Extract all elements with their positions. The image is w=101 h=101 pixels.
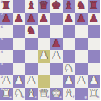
white-queen-icon[interactable]: ♛	[39, 88, 49, 101]
square-h8[interactable]: ♜	[88, 0, 101, 13]
square-a8[interactable]: 8♜	[0, 0, 13, 13]
square-f4[interactable]	[63, 50, 76, 63]
square-f2[interactable]: ♟	[63, 75, 76, 88]
square-d1[interactable]: d♛	[38, 88, 51, 101]
square-c2[interactable]: ♟	[25, 75, 38, 88]
square-h6[interactable]	[88, 25, 101, 38]
chess-board: 8♜♝♛♚♝♞♜7♟♟♟♟♟♟♟6♞5♟4♟♟3♞2♟♟♟♟♟♟1a♜b♞c♝d…	[0, 0, 100, 100]
square-f1[interactable]: f♝	[63, 88, 76, 101]
white-pawn-icon[interactable]: ♟	[1, 75, 11, 88]
black-pawn-icon[interactable]: ♟	[14, 13, 24, 26]
white-pawn-icon[interactable]: ♟	[39, 50, 49, 63]
black-pawn-icon[interactable]: ♟	[89, 13, 99, 26]
square-d7[interactable]: ♟	[38, 13, 51, 26]
square-g4[interactable]	[75, 50, 88, 63]
square-e3[interactable]	[50, 63, 63, 76]
square-c1[interactable]: c♝	[25, 88, 38, 101]
black-bishop-icon[interactable]: ♝	[64, 0, 74, 13]
black-pawn-icon[interactable]: ♟	[39, 13, 49, 26]
black-knight-icon[interactable]: ♞	[26, 25, 36, 38]
square-b4[interactable]	[13, 50, 26, 63]
square-e1[interactable]: e♚	[50, 88, 63, 101]
square-g1[interactable]: g	[75, 88, 88, 101]
square-e8[interactable]: ♚	[50, 0, 63, 13]
square-f5[interactable]	[63, 38, 76, 51]
square-e4[interactable]: ♟	[50, 50, 63, 63]
white-pawn-icon[interactable]: ♟	[76, 75, 86, 88]
square-e2[interactable]	[50, 75, 63, 88]
black-queen-icon[interactable]: ♛	[39, 0, 49, 13]
white-pawn-icon[interactable]: ♟	[51, 50, 61, 63]
rank-label-3: 3	[1, 63, 3, 66]
square-a6[interactable]: 6	[0, 25, 13, 38]
white-rook-icon[interactable]: ♜	[89, 88, 99, 101]
square-e7[interactable]	[50, 13, 63, 26]
square-c8[interactable]: ♝	[25, 0, 38, 13]
white-bishop-icon[interactable]: ♝	[26, 88, 36, 101]
black-pawn-icon[interactable]: ♟	[76, 13, 86, 26]
square-d3[interactable]	[38, 63, 51, 76]
file-label-g: g	[84, 96, 86, 99]
white-rook-icon[interactable]: ♜	[1, 88, 11, 101]
white-pawn-icon[interactable]: ♟	[14, 75, 24, 88]
square-d4[interactable]: ♟	[38, 50, 51, 63]
black-king-icon[interactable]: ♚	[51, 0, 61, 13]
square-a4[interactable]: 4	[0, 50, 13, 63]
square-d8[interactable]: ♛	[38, 0, 51, 13]
black-pawn-icon[interactable]: ♟	[64, 13, 74, 26]
square-g7[interactable]: ♟	[75, 13, 88, 26]
square-g2[interactable]: ♟	[75, 75, 88, 88]
white-pawn-icon[interactable]: ♟	[89, 75, 99, 88]
white-knight-icon[interactable]: ♞	[14, 88, 24, 101]
square-h1[interactable]: h♜	[88, 88, 101, 101]
white-bishop-icon[interactable]: ♝	[64, 88, 74, 101]
square-f8[interactable]: ♝	[63, 0, 76, 13]
square-h5[interactable]	[88, 38, 101, 51]
square-h4[interactable]	[88, 50, 101, 63]
rank-label-5: 5	[1, 38, 3, 41]
square-b2[interactable]: ♟	[13, 75, 26, 88]
square-b5[interactable]	[13, 38, 26, 51]
black-knight-icon[interactable]: ♞	[76, 0, 86, 13]
square-h7[interactable]: ♟	[88, 13, 101, 26]
square-b8[interactable]	[13, 0, 26, 13]
square-g5[interactable]	[75, 38, 88, 51]
square-f7[interactable]: ♟	[63, 13, 76, 26]
square-a7[interactable]: 7♟	[0, 13, 13, 26]
white-king-icon[interactable]: ♚	[51, 88, 61, 101]
black-pawn-icon[interactable]: ♟	[1, 13, 11, 26]
square-f6[interactable]	[63, 25, 76, 38]
square-c4[interactable]	[25, 50, 38, 63]
square-b6[interactable]	[13, 25, 26, 38]
square-a2[interactable]: 2♟	[0, 75, 13, 88]
white-pawn-icon[interactable]: ♟	[64, 75, 74, 88]
rank-label-6: 6	[1, 26, 3, 29]
square-g8[interactable]: ♞	[75, 0, 88, 13]
square-a1[interactable]: 1a♜	[0, 88, 13, 101]
square-h2[interactable]: ♟	[88, 75, 101, 88]
square-a5[interactable]: 5	[0, 38, 13, 51]
square-b1[interactable]: b♞	[13, 88, 26, 101]
white-pawn-icon[interactable]: ♟	[26, 75, 36, 88]
square-c5[interactable]	[25, 38, 38, 51]
square-c6[interactable]: ♞	[25, 25, 38, 38]
square-e6[interactable]	[50, 25, 63, 38]
black-rook-icon[interactable]: ♜	[1, 0, 11, 13]
square-d6[interactable]	[38, 25, 51, 38]
black-bishop-icon[interactable]: ♝	[26, 0, 36, 13]
black-rook-icon[interactable]: ♜	[89, 0, 99, 13]
square-b7[interactable]: ♟	[13, 13, 26, 26]
square-g6[interactable]	[75, 25, 88, 38]
square-d2[interactable]	[38, 75, 51, 88]
rank-label-4: 4	[1, 51, 3, 54]
